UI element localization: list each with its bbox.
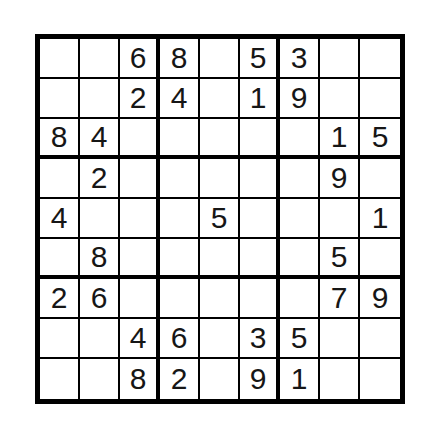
cell-r1c2[interactable]: [80, 39, 120, 79]
cell-r8c2[interactable]: [80, 319, 120, 359]
cell-r7c4[interactable]: [160, 279, 200, 319]
cell-r9c5[interactable]: [200, 359, 240, 399]
cell-r9c4[interactable]: 2: [160, 359, 200, 399]
cell-r2c7[interactable]: 9: [280, 79, 320, 119]
cell-r1c8[interactable]: [320, 39, 360, 79]
cell-r8c7[interactable]: 5: [280, 319, 320, 359]
cell-r2c1[interactable]: [40, 79, 80, 119]
cell-r6c4[interactable]: [160, 239, 200, 279]
cell-r8c9[interactable]: [360, 319, 400, 359]
cell-r1c1[interactable]: [40, 39, 80, 79]
cell-r6c7[interactable]: [280, 239, 320, 279]
sudoku-page: 6853241984152945185267946358291: [0, 0, 442, 438]
cell-r9c2[interactable]: [80, 359, 120, 399]
cell-r7c2[interactable]: 6: [80, 279, 120, 319]
cell-r4c2[interactable]: 2: [80, 159, 120, 199]
cell-r4c3[interactable]: [120, 159, 160, 199]
cell-r8c4[interactable]: 6: [160, 319, 200, 359]
cell-r7c3[interactable]: [120, 279, 160, 319]
cell-r2c6[interactable]: 1: [240, 79, 280, 119]
cell-r2c9[interactable]: [360, 79, 400, 119]
cell-r1c9[interactable]: [360, 39, 400, 79]
cell-r7c1[interactable]: 2: [40, 279, 80, 319]
cell-r6c1[interactable]: [40, 239, 80, 279]
cell-r5c6[interactable]: [240, 199, 280, 239]
cell-r5c5[interactable]: 5: [200, 199, 240, 239]
cell-r8c3[interactable]: 4: [120, 319, 160, 359]
sudoku-board: 6853241984152945185267946358291: [35, 34, 405, 404]
cell-r7c7[interactable]: [280, 279, 320, 319]
cell-r8c1[interactable]: [40, 319, 80, 359]
cell-r6c2[interactable]: 8: [80, 239, 120, 279]
cell-r5c9[interactable]: 1: [360, 199, 400, 239]
cell-r6c8[interactable]: 5: [320, 239, 360, 279]
cell-r4c5[interactable]: [200, 159, 240, 199]
cell-r6c6[interactable]: [240, 239, 280, 279]
cell-r4c7[interactable]: [280, 159, 320, 199]
cell-r1c6[interactable]: 5: [240, 39, 280, 79]
cell-r3c8[interactable]: 1: [320, 119, 360, 159]
cell-r7c5[interactable]: [200, 279, 240, 319]
cell-r3c1[interactable]: 8: [40, 119, 80, 159]
cell-r9c6[interactable]: 9: [240, 359, 280, 399]
cell-r7c9[interactable]: 9: [360, 279, 400, 319]
cell-r9c7[interactable]: 1: [280, 359, 320, 399]
cell-r2c8[interactable]: [320, 79, 360, 119]
cell-r3c6[interactable]: [240, 119, 280, 159]
cell-r5c4[interactable]: [160, 199, 200, 239]
cell-r8c5[interactable]: [200, 319, 240, 359]
cell-r1c7[interactable]: 3: [280, 39, 320, 79]
cell-r2c4[interactable]: 4: [160, 79, 200, 119]
cell-r1c4[interactable]: 8: [160, 39, 200, 79]
cell-r8c6[interactable]: 3: [240, 319, 280, 359]
cell-r9c1[interactable]: [40, 359, 80, 399]
cell-r3c9[interactable]: 5: [360, 119, 400, 159]
cell-r4c9[interactable]: [360, 159, 400, 199]
cell-r9c8[interactable]: [320, 359, 360, 399]
cell-r2c5[interactable]: [200, 79, 240, 119]
cell-r3c3[interactable]: [120, 119, 160, 159]
cell-r7c6[interactable]: [240, 279, 280, 319]
cell-r5c1[interactable]: 4: [40, 199, 80, 239]
cell-r5c3[interactable]: [120, 199, 160, 239]
cell-r9c3[interactable]: 8: [120, 359, 160, 399]
cell-r3c7[interactable]: [280, 119, 320, 159]
cell-r2c3[interactable]: 2: [120, 79, 160, 119]
cell-r8c8[interactable]: [320, 319, 360, 359]
cell-r5c8[interactable]: [320, 199, 360, 239]
cell-r6c9[interactable]: [360, 239, 400, 279]
cell-r1c3[interactable]: 6: [120, 39, 160, 79]
cell-r3c2[interactable]: 4: [80, 119, 120, 159]
cell-r5c7[interactable]: [280, 199, 320, 239]
cell-r6c3[interactable]: [120, 239, 160, 279]
cell-r6c5[interactable]: [200, 239, 240, 279]
cell-r4c6[interactable]: [240, 159, 280, 199]
cell-r2c2[interactable]: [80, 79, 120, 119]
cell-r5c2[interactable]: [80, 199, 120, 239]
cell-r4c1[interactable]: [40, 159, 80, 199]
cell-r9c9[interactable]: [360, 359, 400, 399]
cell-r1c5[interactable]: [200, 39, 240, 79]
cell-r3c4[interactable]: [160, 119, 200, 159]
cell-r4c8[interactable]: 9: [320, 159, 360, 199]
cell-r7c8[interactable]: 7: [320, 279, 360, 319]
cell-r3c5[interactable]: [200, 119, 240, 159]
cell-r4c4[interactable]: [160, 159, 200, 199]
